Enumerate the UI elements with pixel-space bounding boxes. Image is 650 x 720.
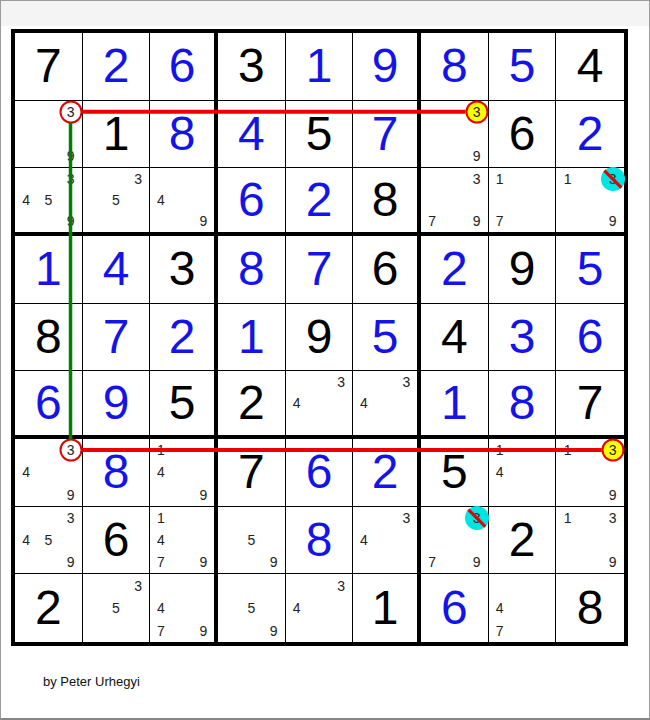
- cell-r2c7[interactable]: 39: [421, 101, 489, 169]
- cell-r3c5[interactable]: 2: [286, 168, 354, 236]
- cell-r1c9[interactable]: 4: [556, 33, 624, 101]
- cell-r5c8[interactable]: 3: [489, 304, 557, 372]
- candidate-9: 9: [601, 551, 624, 573]
- cell-r9c6[interactable]: 1: [353, 574, 421, 642]
- candidate-5: 5: [240, 529, 262, 551]
- cell-r5c3[interactable]: 2: [150, 304, 218, 372]
- cell-r6c8[interactable]: 8: [489, 371, 557, 439]
- candidate-digit: 3: [67, 510, 75, 526]
- cell-r6c3[interactable]: 5: [150, 371, 218, 439]
- solved-digit: 6: [441, 584, 468, 632]
- given-digit: 2: [35, 584, 62, 632]
- candidate-9: 9: [59, 551, 81, 573]
- candidate-digit: 5: [44, 532, 52, 548]
- candidate-5: 5: [105, 597, 127, 620]
- candidate-digit: 7: [157, 623, 165, 639]
- candidate-digit: 9: [199, 623, 207, 639]
- candidate-3: 3: [59, 168, 81, 189]
- candidate-4: 4: [15, 190, 37, 211]
- candidate-9: 9: [465, 145, 487, 167]
- candidate-4: 4: [15, 461, 37, 483]
- cell-r7c8[interactable]: 14: [489, 439, 557, 507]
- candidate-digit: 3: [134, 171, 142, 187]
- candidate-digit: 1: [496, 442, 504, 458]
- candidate-digit: 9: [67, 148, 75, 164]
- solved-digit: 6: [577, 313, 604, 361]
- candidate-digit: 4: [293, 600, 301, 616]
- solved-digit: 2: [441, 245, 468, 293]
- cell-r4c3[interactable]: 3: [150, 236, 218, 304]
- candidate-3: 3: [601, 439, 624, 461]
- candidate-1: 1: [556, 439, 579, 461]
- solved-digit: 1: [441, 379, 468, 427]
- cell-r6c1[interactable]: 6: [15, 371, 83, 439]
- candidate-digit: 4: [22, 532, 30, 548]
- candidate-digit: 3: [402, 510, 410, 526]
- candidate-digit: 4: [360, 532, 368, 548]
- solved-digit: 8: [441, 42, 468, 90]
- solved-digit: 8: [509, 379, 536, 427]
- candidate-4: 4: [489, 597, 511, 620]
- solved-digit: 6: [306, 448, 333, 496]
- given-digit: 4: [577, 42, 604, 90]
- candidate-digit: 9: [270, 623, 278, 639]
- solved-digit: 2: [103, 42, 130, 90]
- cell-r9c1[interactable]: 2: [15, 574, 83, 642]
- candidate-4: 4: [150, 529, 171, 551]
- candidate-3: 3: [59, 507, 81, 529]
- cell-r1c5[interactable]: 1: [286, 33, 354, 101]
- solved-digit: 6: [35, 379, 62, 427]
- candidate-7: 7: [421, 211, 443, 232]
- candidate-digit: 3: [609, 442, 617, 458]
- cell-r3c2[interactable]: 35: [83, 168, 151, 236]
- cell-r6c9[interactable]: 7: [556, 371, 624, 439]
- cell-r2c8[interactable]: 6: [489, 101, 557, 169]
- given-digit: 9: [509, 245, 536, 293]
- top-banner: [1, 1, 649, 26]
- solved-digit: 5: [509, 42, 536, 90]
- cell-r5c9[interactable]: 6: [556, 304, 624, 372]
- solved-digit: 9: [372, 42, 399, 90]
- candidate-7: 7: [421, 551, 443, 573]
- cell-r3c1[interactable]: 3459: [15, 168, 83, 236]
- candidate-digit: 9: [473, 148, 481, 164]
- candidate-digit: 9: [609, 554, 617, 570]
- candidate-3: 3: [465, 507, 487, 529]
- cell-r7c3[interactable]: 149: [150, 439, 218, 507]
- cell-r9c7[interactable]: 6: [421, 574, 489, 642]
- candidate-digit: 3: [134, 578, 142, 594]
- candidate-9: 9: [59, 483, 81, 505]
- candidate-digit: 7: [496, 213, 504, 229]
- cell-r9c9[interactable]: 8: [556, 574, 624, 642]
- solved-digit: 1: [306, 42, 333, 90]
- candidate-7: 7: [150, 551, 171, 573]
- candidate-digit: 3: [67, 442, 75, 458]
- candidate-digit: 1: [564, 510, 572, 526]
- cell-r4c2[interactable]: 4: [83, 236, 151, 304]
- cell-r8c5[interactable]: 8: [286, 507, 354, 575]
- candidate-7: 7: [489, 619, 511, 642]
- solved-digit: 7: [306, 245, 333, 293]
- cell-r4c6[interactable]: 6: [353, 236, 421, 304]
- given-digit: 3: [169, 245, 196, 293]
- candidate-digit: 3: [337, 578, 345, 594]
- candidate-digit: 4: [22, 464, 30, 480]
- cell-r3c3[interactable]: 49: [150, 168, 218, 236]
- solved-digit: 7: [372, 110, 399, 158]
- candidate-9: 9: [601, 483, 624, 505]
- candidate-digit: 3: [609, 510, 617, 526]
- candidate-digit: 7: [157, 554, 165, 570]
- cell-r8c7[interactable]: 379: [421, 507, 489, 575]
- cell-r7c9[interactable]: 139: [556, 439, 624, 507]
- cell-r2c1[interactable]: 39: [15, 101, 83, 169]
- candidate-9: 9: [193, 551, 214, 573]
- candidate-1: 1: [556, 168, 579, 189]
- given-digit: 8: [35, 313, 62, 361]
- cell-r5c4[interactable]: 1: [218, 304, 286, 372]
- candidate-digit: 4: [293, 395, 301, 411]
- candidate-digit: 7: [496, 623, 504, 639]
- candidate-digit: 3: [337, 374, 345, 390]
- candidate-digit: 9: [199, 213, 207, 229]
- cell-r8c9[interactable]: 139: [556, 507, 624, 575]
- cell-r3c9[interactable]: 139: [556, 168, 624, 236]
- candidate-3: 3: [465, 101, 487, 123]
- candidate-3: 3: [396, 371, 417, 392]
- candidate-digit: 4: [157, 464, 165, 480]
- given-digit: 3: [238, 42, 265, 90]
- candidate-digit: 9: [67, 554, 75, 570]
- cell-r6c2[interactable]: 9: [83, 371, 151, 439]
- solved-digit: 2: [169, 313, 196, 361]
- cell-r7c4[interactable]: 7: [218, 439, 286, 507]
- given-digit: 4: [441, 313, 468, 361]
- candidate-digit: 4: [157, 600, 165, 616]
- candidate-3: 3: [465, 168, 487, 189]
- solved-digit: 2: [306, 176, 333, 224]
- given-digit: 8: [372, 176, 399, 224]
- cell-r7c7[interactable]: 5: [421, 439, 489, 507]
- solved-digit: 2: [372, 448, 399, 496]
- candidate-digit: 1: [157, 510, 165, 526]
- cell-r1c4[interactable]: 3: [218, 33, 286, 101]
- solved-digit: 1: [35, 245, 62, 293]
- candidate-digit: 9: [473, 213, 481, 229]
- candidate-3: 3: [601, 507, 624, 529]
- given-digit: 6: [103, 516, 130, 564]
- candidate-digit: 3: [473, 104, 481, 120]
- given-digit: 5: [306, 110, 333, 158]
- candidate-3: 3: [601, 168, 624, 189]
- candidate-digit: 5: [247, 532, 255, 548]
- candidate-digit: 5: [44, 192, 52, 208]
- candidate-4: 4: [15, 529, 37, 551]
- candidate-digit: 9: [67, 487, 75, 503]
- given-digit: 8: [577, 584, 604, 632]
- solved-digit: 2: [577, 110, 604, 158]
- candidate-5: 5: [37, 529, 59, 551]
- candidate-5: 5: [37, 190, 59, 211]
- given-digit: 1: [372, 584, 399, 632]
- cell-r9c3[interactable]: 479: [150, 574, 218, 642]
- candidate-digit: 1: [496, 171, 504, 187]
- solved-digit: 1: [238, 313, 265, 361]
- solved-digit: 4: [103, 245, 130, 293]
- candidate-digit: 9: [199, 554, 207, 570]
- candidate-digit: 3: [67, 171, 75, 187]
- given-digit: 2: [238, 379, 265, 427]
- candidate-digit: 9: [609, 213, 617, 229]
- cell-r1c8[interactable]: 5: [489, 33, 557, 101]
- candidate-digit: 5: [112, 192, 120, 208]
- cell-r7c6[interactable]: 2: [353, 439, 421, 507]
- cell-r3c7[interactable]: 379: [421, 168, 489, 236]
- candidate-9: 9: [59, 211, 81, 232]
- page-background: 7263198543918457396234593549628379171391…: [0, 0, 650, 720]
- candidate-1: 1: [489, 168, 511, 189]
- candidate-digit: 4: [157, 192, 165, 208]
- candidate-4: 4: [286, 597, 308, 620]
- candidate-3: 3: [127, 168, 149, 189]
- candidate-5: 5: [240, 597, 262, 620]
- cell-r4c9[interactable]: 5: [556, 236, 624, 304]
- candidate-9: 9: [262, 551, 284, 573]
- solved-digit: 6: [238, 176, 265, 224]
- given-digit: 5: [441, 448, 468, 496]
- candidate-3: 3: [396, 507, 417, 529]
- candidate-9: 9: [59, 145, 81, 167]
- cell-r5c6[interactable]: 5: [353, 304, 421, 372]
- cell-r8c2[interactable]: 6: [83, 507, 151, 575]
- cell-r7c2[interactable]: 8: [83, 439, 151, 507]
- candidate-digit: 7: [428, 554, 436, 570]
- candidate-digit: 3: [473, 171, 481, 187]
- candidate-4: 4: [286, 393, 308, 414]
- cell-r2c5[interactable]: 5: [286, 101, 354, 169]
- candidate-3: 3: [127, 574, 149, 597]
- candidate-9: 9: [601, 211, 624, 232]
- cell-r3c8[interactable]: 17: [489, 168, 557, 236]
- cell-r8c3[interactable]: 1479: [150, 507, 218, 575]
- candidate-digit: 9: [199, 487, 207, 503]
- cell-r6c6[interactable]: 34: [353, 371, 421, 439]
- candidate-1: 1: [150, 439, 171, 461]
- candidate-3: 3: [59, 439, 81, 461]
- candidate-digit: 3: [402, 374, 410, 390]
- solved-digit: 9: [103, 379, 130, 427]
- given-digit: 2: [509, 516, 536, 564]
- cell-r8c1[interactable]: 3459: [15, 507, 83, 575]
- cell-r2c3[interactable]: 8: [150, 101, 218, 169]
- given-digit: 9: [306, 313, 333, 361]
- cell-r5c1[interactable]: 8: [15, 304, 83, 372]
- sudoku-board: 7263198543918457396234593549628379171391…: [11, 29, 628, 646]
- cell-r2c4[interactable]: 4: [218, 101, 286, 169]
- candidate-1: 1: [489, 439, 511, 461]
- candidate-4: 4: [150, 190, 171, 211]
- given-digit: 6: [509, 110, 536, 158]
- given-digit: 7: [35, 42, 62, 90]
- solved-digit: 5: [577, 245, 604, 293]
- candidate-digit: 4: [360, 395, 368, 411]
- cell-r4c5[interactable]: 7: [286, 236, 354, 304]
- cell-r4c8[interactable]: 9: [489, 236, 557, 304]
- candidate-4: 4: [150, 597, 171, 620]
- cell-r1c6[interactable]: 9: [353, 33, 421, 101]
- solved-digit: 5: [372, 313, 399, 361]
- cell-r4c7[interactable]: 2: [421, 236, 489, 304]
- cell-r1c3[interactable]: 6: [150, 33, 218, 101]
- author-credit: by Peter Urhegyi: [43, 674, 140, 689]
- candidate-9: 9: [262, 619, 284, 642]
- candidate-4: 4: [353, 529, 374, 551]
- cell-r3c6[interactable]: 8: [353, 168, 421, 236]
- candidate-9: 9: [193, 619, 214, 642]
- candidate-9: 9: [193, 483, 214, 505]
- candidate-7: 7: [489, 211, 511, 232]
- candidate-digit: 4: [157, 532, 165, 548]
- candidate-7: 7: [150, 619, 171, 642]
- solved-digit: 6: [169, 42, 196, 90]
- candidate-5: 5: [105, 190, 127, 211]
- cell-r1c2[interactable]: 2: [83, 33, 151, 101]
- candidate-digit: 9: [270, 554, 278, 570]
- candidate-1: 1: [150, 507, 171, 529]
- solved-digit: 3: [509, 313, 536, 361]
- candidate-digit: 1: [157, 442, 165, 458]
- candidate-digit: 5: [112, 600, 120, 616]
- candidate-digit: 4: [496, 464, 504, 480]
- cell-r5c2[interactable]: 7: [83, 304, 151, 372]
- candidate-digit: 7: [428, 213, 436, 229]
- candidate-digit: 3: [67, 104, 75, 120]
- given-digit: 5: [169, 379, 196, 427]
- solved-digit: 4: [238, 110, 265, 158]
- candidate-digit: 5: [247, 600, 255, 616]
- cell-r7c1[interactable]: 349: [15, 439, 83, 507]
- candidate-digit: 9: [67, 213, 75, 229]
- cell-r7c5[interactable]: 6: [286, 439, 354, 507]
- cell-r2c9[interactable]: 2: [556, 101, 624, 169]
- solved-digit: 7: [103, 313, 130, 361]
- cell-r3c4[interactable]: 6: [218, 168, 286, 236]
- cell-r8c4[interactable]: 59: [218, 507, 286, 575]
- cell-r4c4[interactable]: 8: [218, 236, 286, 304]
- cell-r8c8[interactable]: 2: [489, 507, 557, 575]
- candidate-digit: 4: [22, 192, 30, 208]
- cell-r6c7[interactable]: 1: [421, 371, 489, 439]
- given-digit: 7: [238, 448, 265, 496]
- candidate-1: 1: [556, 507, 579, 529]
- cell-r4c1[interactable]: 1: [15, 236, 83, 304]
- solved-digit: 8: [238, 245, 265, 293]
- candidate-4: 4: [353, 393, 374, 414]
- candidate-3: 3: [330, 371, 352, 392]
- candidate-3: 3: [330, 574, 352, 597]
- candidate-9: 9: [193, 211, 214, 232]
- candidate-3: 3: [59, 101, 81, 123]
- solved-digit: 8: [103, 448, 130, 496]
- cell-r5c7[interactable]: 4: [421, 304, 489, 372]
- cell-r2c2[interactable]: 1: [83, 101, 151, 169]
- cell-r5c5[interactable]: 9: [286, 304, 354, 372]
- cell-r2c6[interactable]: 7: [353, 101, 421, 169]
- cell-r6c5[interactable]: 34: [286, 371, 354, 439]
- given-digit: 7: [577, 379, 604, 427]
- cell-r1c1[interactable]: 7: [15, 33, 83, 101]
- cell-r9c4[interactable]: 59: [218, 574, 286, 642]
- cell-r8c6[interactable]: 34: [353, 507, 421, 575]
- candidate-4: 4: [489, 461, 511, 483]
- candidate-9: 9: [465, 211, 487, 232]
- cell-r9c2[interactable]: 35: [83, 574, 151, 642]
- solved-digit: 8: [169, 110, 196, 158]
- given-digit: 1: [103, 110, 130, 158]
- cell-r1c7[interactable]: 8: [421, 33, 489, 101]
- candidate-digit: 9: [473, 554, 481, 570]
- candidate-digit: 1: [564, 442, 572, 458]
- solved-digit: 8: [306, 516, 333, 564]
- candidate-digit: 4: [496, 600, 504, 616]
- candidate-digit: 9: [609, 487, 617, 503]
- candidate-4: 4: [150, 461, 171, 483]
- cell-r6c4[interactable]: 2: [218, 371, 286, 439]
- cell-r9c5[interactable]: 34: [286, 574, 354, 642]
- candidate-9: 9: [465, 551, 487, 573]
- given-digit: 6: [372, 245, 399, 293]
- candidate-digit: 1: [564, 171, 572, 187]
- cell-r9c8[interactable]: 47: [489, 574, 557, 642]
